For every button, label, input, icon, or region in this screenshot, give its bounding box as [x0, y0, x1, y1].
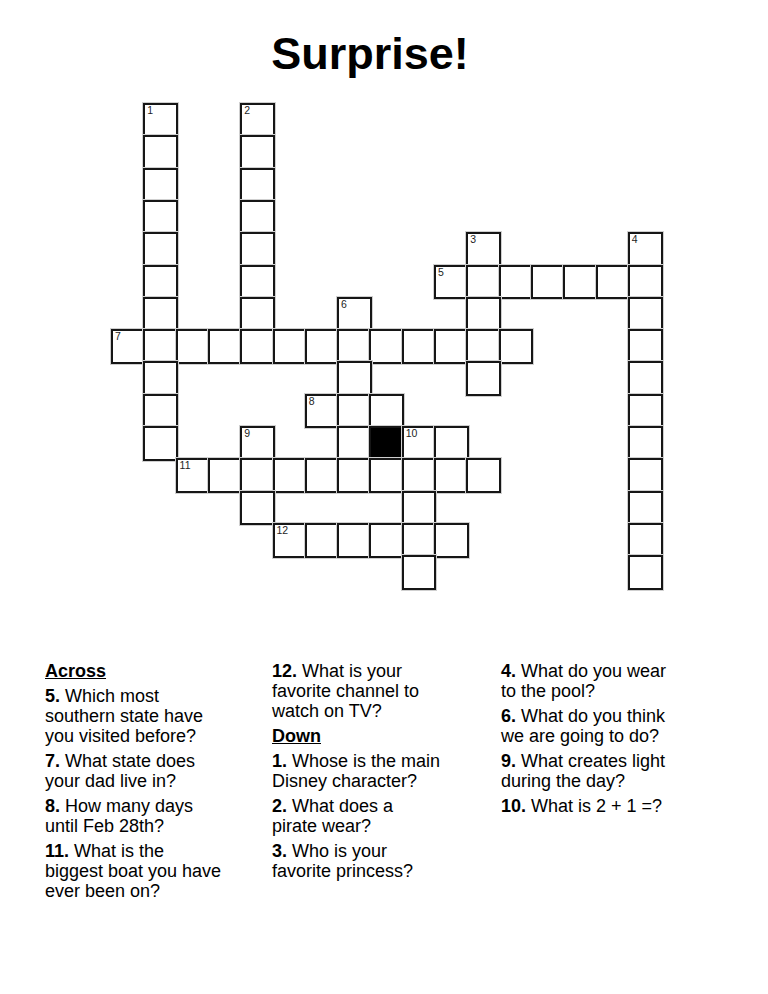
crossword-grid: 123456789101112	[111, 103, 663, 591]
clue-line: southern state have	[45, 706, 267, 726]
clue-line: 3. Who is your	[272, 841, 487, 861]
clue-number: 9.	[501, 751, 516, 771]
grid-cell[interactable]	[434, 329, 469, 364]
clue-number: 12.	[272, 661, 297, 681]
clue-line: during the day?	[501, 771, 716, 791]
grid-cell[interactable]	[143, 168, 178, 203]
clue-item: 3. Who is yourfavorite princess?	[272, 841, 487, 881]
grid-cell[interactable]	[176, 329, 211, 364]
clue-line: you visited before?	[45, 726, 267, 746]
cell-number: 1	[147, 105, 153, 116]
grid-cell[interactable]	[369, 394, 404, 429]
grid-cell[interactable]	[143, 232, 178, 267]
cell-number: 11	[180, 460, 191, 471]
clue-number: 4.	[501, 661, 516, 681]
clue-number: 3.	[272, 841, 287, 861]
grid-cell[interactable]: 3	[466, 232, 501, 267]
grid-cell[interactable]	[628, 265, 663, 300]
page-title: Surprise!	[0, 28, 740, 80]
clue-item: 12. What is yourfavorite channel towatch…	[272, 661, 487, 721]
grid-cell[interactable]: 2	[240, 103, 275, 138]
clue-number: 5.	[45, 686, 60, 706]
grid-cell[interactable]	[143, 426, 178, 461]
black-cell	[369, 426, 404, 461]
grid-cell[interactable]	[143, 394, 178, 429]
grid-cell[interactable]	[369, 523, 404, 558]
clue-item: 1. Whose is the mainDisney character?	[272, 751, 487, 791]
clue-number: 7.	[45, 751, 60, 771]
clue-line: 4. What do you wear	[501, 661, 716, 681]
grid-cell[interactable]	[273, 458, 308, 493]
clue-line: your dad live in?	[45, 771, 267, 791]
clue-number: 10.	[501, 796, 526, 816]
clue-line: 12. What is your	[272, 661, 487, 681]
grid-cell[interactable]	[240, 297, 275, 332]
clue-column-1: Across5. Which mostsouthern state haveyo…	[45, 661, 267, 906]
clue-line: watch on TV?	[272, 701, 487, 721]
cell-number: 3	[470, 234, 476, 245]
grid-cell[interactable]	[143, 361, 178, 396]
grid-cell[interactable]	[466, 361, 501, 396]
grid-cell[interactable]: 4	[628, 232, 663, 267]
grid-cell[interactable]	[466, 265, 501, 300]
down-heading: Down	[272, 726, 487, 746]
grid-cell[interactable]	[143, 200, 178, 235]
grid-cell[interactable]	[628, 491, 663, 526]
clue-line: 9. What creates light	[501, 751, 716, 771]
cell-number: 4	[632, 234, 638, 245]
grid-cell[interactable]	[628, 394, 663, 429]
grid-cell[interactable]	[563, 265, 598, 300]
grid-cell[interactable]	[369, 458, 404, 493]
cell-number: 10	[406, 428, 418, 439]
grid-cell[interactable]	[402, 523, 437, 558]
grid-cell[interactable]	[240, 491, 275, 526]
clue-line: pirate wear?	[272, 816, 487, 836]
clue-line: 1. Whose is the main	[272, 751, 487, 771]
grid-cell[interactable]: 5	[434, 265, 469, 300]
grid-cell[interactable]	[402, 458, 437, 493]
crossword-page: Surprise! 123456789101112 Across5. Which…	[0, 0, 768, 994]
grid-cell[interactable]: 1	[143, 103, 178, 138]
clue-line: favorite princess?	[272, 861, 487, 881]
clue-line: 5. Which most	[45, 686, 267, 706]
grid-cell[interactable]	[305, 329, 340, 364]
grid-cell[interactable]	[628, 361, 663, 396]
cell-number: 6	[341, 299, 347, 310]
grid-cell[interactable]	[240, 168, 275, 203]
across-heading: Across	[45, 661, 267, 681]
clue-column-2: 12. What is yourfavorite channel towatch…	[272, 661, 487, 886]
cell-number: 2	[244, 105, 250, 116]
grid-cell[interactable]	[240, 135, 275, 170]
grid-cell[interactable]	[531, 265, 566, 300]
clue-item: 7. What state doesyour dad live in?	[45, 751, 267, 791]
clue-number: 1.	[272, 751, 287, 771]
grid-cell[interactable]: 12	[273, 523, 308, 558]
grid-cell[interactable]	[596, 265, 631, 300]
clue-item: 10. What is 2 + 1 =?	[501, 796, 716, 816]
grid-cell[interactable]	[337, 458, 372, 493]
clue-number: 2.	[272, 796, 287, 816]
clue-line: biggest boat you have	[45, 861, 267, 881]
clue-item: 4. What do you wearto the pool?	[501, 661, 716, 701]
grid-cell[interactable]: 7	[111, 329, 146, 364]
grid-cell[interactable]	[434, 458, 469, 493]
clue-line: 8. How many days	[45, 796, 267, 816]
grid-cell[interactable]	[240, 329, 275, 364]
clue-item: 8. How many daysuntil Feb 28th?	[45, 796, 267, 836]
clue-line: 2. What does a	[272, 796, 487, 816]
grid-cell[interactable]: 6	[337, 297, 372, 332]
grid-cell[interactable]	[499, 329, 534, 364]
grid-cell[interactable]	[337, 426, 372, 461]
clue-line: Disney character?	[272, 771, 487, 791]
grid-cell[interactable]	[208, 458, 243, 493]
grid-cell[interactable]	[273, 329, 308, 364]
grid-cell[interactable]	[337, 523, 372, 558]
clue-line: 7. What state does	[45, 751, 267, 771]
grid-cell[interactable]	[337, 394, 372, 429]
clue-line: ever been on?	[45, 881, 267, 901]
grid-cell[interactable]	[628, 523, 663, 558]
clue-item: 2. What does apirate wear?	[272, 796, 487, 836]
clue-line: 11. What is the	[45, 841, 267, 861]
grid-cell[interactable]	[628, 555, 663, 590]
grid-cell[interactable]	[628, 329, 663, 364]
grid-cell[interactable]	[143, 135, 178, 170]
grid-cell[interactable]	[402, 329, 437, 364]
clue-line: 10. What is 2 + 1 =?	[501, 796, 716, 816]
clue-number: 8.	[45, 796, 60, 816]
cell-number: 7	[115, 331, 121, 342]
grid-cell[interactable]	[369, 329, 404, 364]
grid-cell[interactable]	[337, 361, 372, 396]
grid-cell[interactable]	[240, 458, 275, 493]
grid-cell[interactable]	[628, 458, 663, 493]
clue-item: 6. What do you thinkwe are going to do?	[501, 706, 716, 746]
grid-cell[interactable]	[499, 265, 534, 300]
grid-cell[interactable]	[305, 523, 340, 558]
grid-cell[interactable]	[434, 426, 469, 461]
grid-cell[interactable]	[143, 265, 178, 300]
grid-cell[interactable]	[240, 265, 275, 300]
clue-line: we are going to do?	[501, 726, 716, 746]
grid-cell[interactable]: 8	[305, 394, 340, 429]
grid-cell[interactable]: 9	[240, 426, 275, 461]
grid-cell[interactable]	[143, 297, 178, 332]
clue-line: until Feb 28th?	[45, 816, 267, 836]
grid-cell[interactable]	[143, 329, 178, 364]
clue-item: 9. What creates lightduring the day?	[501, 751, 716, 791]
clue-number: 11.	[45, 841, 69, 861]
cell-number: 12	[277, 525, 289, 536]
cell-number: 9	[244, 428, 250, 439]
grid-cell[interactable]: 10	[402, 426, 437, 461]
grid-cell[interactable]	[628, 426, 663, 461]
clue-number: 6.	[501, 706, 516, 726]
grid-cell[interactable]	[337, 329, 372, 364]
grid-cell[interactable]	[305, 458, 340, 493]
grid-cell[interactable]	[402, 491, 437, 526]
grid-cell[interactable]	[628, 297, 663, 332]
grid-cell[interactable]	[208, 329, 243, 364]
grid-cell[interactable]	[240, 200, 275, 235]
grid-cell[interactable]	[466, 458, 501, 493]
grid-cell[interactable]	[466, 297, 501, 332]
grid-cell[interactable]	[240, 232, 275, 267]
clue-item: 5. Which mostsouthern state haveyou visi…	[45, 686, 267, 746]
clue-line: 6. What do you think	[501, 706, 716, 726]
clue-item: 11. What is thebiggest boat you haveever…	[45, 841, 267, 901]
grid-cell[interactable]	[402, 555, 437, 590]
grid-cell[interactable]	[434, 523, 469, 558]
cell-number: 5	[438, 267, 444, 278]
clue-line: to the pool?	[501, 681, 716, 701]
grid-cell[interactable]: 11	[176, 458, 211, 493]
clue-line: favorite channel to	[272, 681, 487, 701]
cell-number: 8	[309, 396, 315, 407]
grid-cell[interactable]	[466, 329, 501, 364]
clue-column-3: 4. What do you wearto the pool?6. What d…	[501, 661, 716, 821]
